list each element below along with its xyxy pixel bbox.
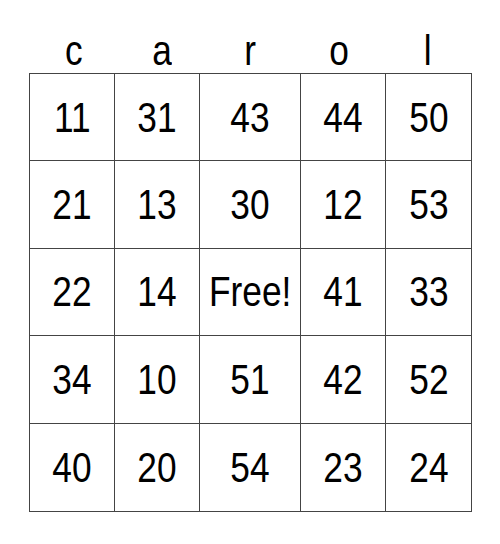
- cell-number: 30: [230, 183, 269, 226]
- cell-number: 40: [52, 446, 91, 489]
- cell-number: 22: [52, 270, 91, 313]
- cell-r3c4[interactable]: 41: [301, 249, 386, 336]
- cell-r1c2[interactable]: 31: [115, 74, 200, 161]
- cell-r3c1[interactable]: 22: [30, 249, 115, 336]
- free-cell[interactable]: Free!: [200, 249, 301, 336]
- cell-number: 10: [137, 358, 176, 401]
- cell-number: 20: [137, 446, 176, 489]
- cell-number: 14: [137, 270, 176, 313]
- cell-number: 31: [137, 96, 176, 139]
- cell-r3c2[interactable]: 14: [115, 249, 200, 336]
- cell-number: 43: [230, 96, 269, 139]
- cell-r4c5[interactable]: 52: [386, 336, 471, 423]
- cell-number: 13: [137, 183, 176, 226]
- cell-number: 11: [54, 96, 91, 139]
- card-header-row: c a r o l: [29, 0, 472, 73]
- cell-r4c1[interactable]: 34: [30, 336, 115, 423]
- column-header-3: r: [206, 0, 295, 73]
- column-header-letter: a: [152, 29, 172, 72]
- cell-r1c5[interactable]: 50: [386, 74, 471, 161]
- column-header-letter: r: [245, 29, 257, 72]
- cell-r1c1[interactable]: 11: [30, 74, 115, 161]
- cell-number: 21: [52, 183, 91, 226]
- cell-r1c3[interactable]: 43: [200, 74, 301, 161]
- cell-r5c4[interactable]: 23: [301, 424, 386, 511]
- cell-r5c3[interactable]: 54: [200, 424, 301, 511]
- column-header-letter: c: [64, 29, 82, 72]
- cell-r1c4[interactable]: 44: [301, 74, 386, 161]
- bingo-card: c a r o l 11 31 43 44 50 21 13 30 12 53 …: [29, 0, 472, 73]
- cell-r2c4[interactable]: 12: [301, 161, 386, 248]
- cell-r2c1[interactable]: 21: [30, 161, 115, 248]
- cell-r2c3[interactable]: 30: [200, 161, 301, 248]
- column-header-letter: l: [424, 29, 432, 72]
- cell-r3c5[interactable]: 33: [386, 249, 471, 336]
- cell-number: 33: [409, 270, 448, 313]
- cell-r4c4[interactable]: 42: [301, 336, 386, 423]
- cell-r5c1[interactable]: 40: [30, 424, 115, 511]
- cell-r4c3[interactable]: 51: [200, 336, 301, 423]
- cell-r5c2[interactable]: 20: [115, 424, 200, 511]
- cell-number: 41: [324, 270, 363, 313]
- bingo-page: { "game": "bingo", "card_title": "carol"…: [0, 0, 500, 544]
- column-header-2: a: [118, 0, 207, 73]
- cell-number: 42: [324, 358, 363, 401]
- free-cell-label: Free!: [209, 270, 291, 313]
- cell-number: 12: [324, 183, 363, 226]
- column-header-letter: o: [329, 29, 349, 72]
- column-header-1: c: [29, 0, 118, 73]
- cell-number: 34: [52, 358, 91, 401]
- cell-number: 50: [409, 96, 448, 139]
- cell-number: 23: [324, 446, 363, 489]
- cell-number: 54: [230, 446, 269, 489]
- cell-r5c5[interactable]: 24: [386, 424, 471, 511]
- cell-number: 51: [230, 358, 269, 401]
- cell-number: 24: [409, 446, 448, 489]
- column-header-5: l: [383, 0, 472, 73]
- cell-r2c2[interactable]: 13: [115, 161, 200, 248]
- cell-number: 44: [324, 96, 363, 139]
- bingo-grid: 11 31 43 44 50 21 13 30 12 53 22 14 Free…: [29, 73, 472, 512]
- cell-r4c2[interactable]: 10: [115, 336, 200, 423]
- cell-r2c5[interactable]: 53: [386, 161, 471, 248]
- cell-number: 52: [409, 358, 448, 401]
- cell-number: 53: [409, 183, 448, 226]
- column-header-4: o: [295, 0, 384, 73]
